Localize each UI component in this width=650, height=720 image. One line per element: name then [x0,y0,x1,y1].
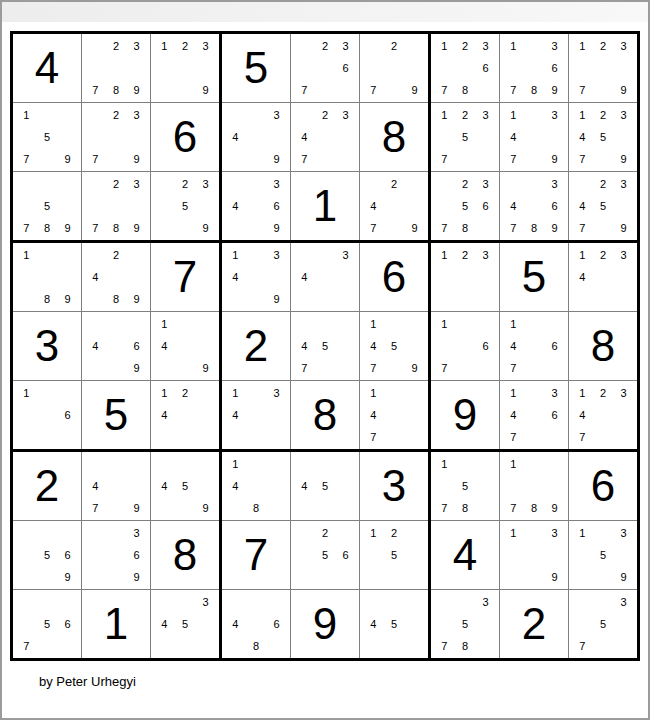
candidate-empty [315,148,336,170]
cell-r3c3[interactable]: 2359 [151,172,219,240]
candidates: 256 [294,522,356,588]
cell-r8c9[interactable]: 1359 [569,521,637,589]
cell-r5c4[interactable]: 2 [222,312,290,380]
candidate-digit: 1 [503,453,524,475]
cell-r1c6[interactable]: 279 [360,34,428,102]
cell-r1c1[interactable]: 4 [13,34,81,102]
candidate-digit: 7 [85,497,106,519]
candidate-empty [335,475,356,497]
candidate-empty [455,148,476,170]
candidates: 5789 [16,173,78,239]
cell-r8c7[interactable]: 4 [431,521,499,589]
candidate-digit: 5 [455,475,476,497]
cell-r1c8[interactable]: 136789 [500,34,568,102]
cell-r6c5[interactable]: 8 [291,381,359,449]
candidate-empty [294,497,315,519]
cell-r1c5[interactable]: 2367 [291,34,359,102]
candidate-empty [106,335,127,357]
cell-r9c7[interactable]: 3578 [431,590,499,658]
candidate-empty [335,126,356,148]
cell-r2c8[interactable]: 13479 [500,103,568,171]
cell-r9c3[interactable]: 345 [151,590,219,658]
candidate-empty [524,195,545,217]
candidates: 123678 [434,35,496,101]
candidate-digit: 3 [613,173,634,195]
candidate-digit: 2 [315,35,336,57]
cell-r3c5[interactable]: 1 [291,172,359,240]
candidates: 2479 [363,173,425,239]
candidate-digit: 4 [294,475,315,497]
candidate-empty [613,266,634,288]
candidate-empty [404,544,425,566]
cell-r4c3[interactable]: 7 [151,243,219,311]
candidate-digit: 7 [363,426,384,448]
candidate-empty [434,591,455,613]
candidate-digit: 3 [613,35,634,57]
cell-r8c5[interactable]: 256 [291,521,359,589]
candidate-empty [85,453,106,475]
cell-r5c3[interactable]: 149 [151,312,219,380]
cell-r2c9[interactable]: 1234579 [569,103,637,171]
candidate-empty [475,288,496,310]
cell-r5c7[interactable]: 167 [431,312,499,380]
candidate-digit: 6 [335,544,356,566]
candidate-empty [16,613,37,635]
candidates: 149 [154,313,216,379]
candidate-digit: 1 [16,104,37,126]
cell-r4c2[interactable]: 2489 [82,243,150,311]
cell-r7c9[interactable]: 6 [569,452,637,520]
cell-r1c9[interactable]: 12379 [569,34,637,102]
candidate-digit: 3 [195,173,216,195]
candidates: 3578 [434,591,496,657]
candidate-empty [544,426,565,448]
candidate-empty [126,195,147,217]
candidate-digit: 7 [503,217,524,239]
candidate-digit: 1 [154,313,175,335]
candidate-empty [106,357,127,379]
candidate-digit: 7 [503,79,524,101]
cell-r9c1[interactable]: 567 [13,590,81,658]
candidate-digit: 3 [613,522,634,544]
cell-r5c2[interactable]: 469 [82,312,150,380]
candidates: 12347 [572,382,634,448]
candidate-empty [225,173,246,195]
candidate-digit: 2 [593,382,614,404]
candidate-empty [363,566,384,588]
candidate-empty [106,566,127,588]
candidate-digit: 3 [613,104,634,126]
candidate-empty [434,288,455,310]
cell-r2c4[interactable]: 349 [222,103,290,171]
cell-r7c4[interactable]: 148 [222,452,290,520]
candidate-empty [266,426,287,448]
value-digit: 6 [360,243,428,311]
cell-r7c6[interactable]: 3 [360,452,428,520]
candidate-digit: 4 [363,404,384,426]
candidate-digit: 3 [544,382,565,404]
candidate-digit: 5 [37,195,58,217]
candidate-empty [195,195,216,217]
candidate-empty [175,635,196,657]
cell-r4c1[interactable]: 189 [13,243,81,311]
candidate-digit: 2 [593,244,614,266]
candidate-digit: 5 [37,613,58,635]
candidates: 479 [85,453,147,519]
candidate-empty [175,591,196,613]
cell-r7c5[interactable]: 45 [291,452,359,520]
candidate-digit: 5 [315,475,336,497]
candidate-digit: 5 [593,126,614,148]
candidate-empty [37,382,58,404]
candidate-empty [572,57,593,79]
candidate-empty [335,148,356,170]
candidates: 234579 [572,173,634,239]
candidate-empty [404,613,425,635]
cell-r3c9[interactable]: 234579 [569,172,637,240]
cell-r8c6[interactable]: 125 [360,521,428,589]
candidate-digit: 7 [572,426,593,448]
candidate-empty [126,244,147,266]
candidate-digit: 9 [266,217,287,239]
cell-r4c6[interactable]: 6 [360,243,428,311]
cell-r4c8[interactable]: 5 [500,243,568,311]
candidate-digit: 5 [384,613,405,635]
cell-r8c2[interactable]: 369 [82,521,150,589]
candidate-empty [294,453,315,475]
cell-r3c8[interactable]: 346789 [500,172,568,240]
cell-r2c7[interactable]: 12357 [431,103,499,171]
candidate-empty [524,104,545,126]
candidate-empty [85,57,106,79]
box-3: 1236781367891237912357134791234579235678… [431,34,637,240]
cell-r7c3[interactable]: 459 [151,452,219,520]
candidate-empty [434,173,455,195]
cell-r8c3[interactable]: 8 [151,521,219,589]
box-2: 5236727934923478346912479 [222,34,428,240]
cell-r1c4[interactable]: 5 [222,34,290,102]
cell-r5c5[interactable]: 457 [291,312,359,380]
cell-r3c2[interactable]: 23789 [82,172,150,240]
candidate-digit: 6 [544,335,565,357]
candidate-empty [593,79,614,101]
candidate-digit: 6 [544,195,565,217]
candidate-empty [85,195,106,217]
candidate-empty [57,635,78,657]
candidate-empty [154,591,175,613]
cell-r3c1[interactable]: 5789 [13,172,81,240]
candidate-empty [434,475,455,497]
candidate-empty [37,635,58,657]
cell-r1c3[interactable]: 1239 [151,34,219,102]
candidate-empty [315,288,336,310]
candidate-empty [503,544,524,566]
candidates: 1349 [225,244,287,310]
candidate-empty [384,404,405,426]
candidate-digit: 9 [57,217,78,239]
candidate-empty [613,288,634,310]
cell-r6c6[interactable]: 147 [360,381,428,449]
cell-r2c2[interactable]: 2379 [82,103,150,171]
cell-r8c1[interactable]: 569 [13,521,81,589]
candidate-digit: 4 [294,266,315,288]
candidate-empty [16,566,37,588]
candidate-empty [85,522,106,544]
candidate-empty [126,453,147,475]
candidate-digit: 7 [503,357,524,379]
candidates: 134 [225,382,287,448]
cell-r7c8[interactable]: 1789 [500,452,568,520]
candidate-digit: 1 [503,104,524,126]
candidate-empty [384,635,405,657]
cell-r7c7[interactable]: 1578 [431,452,499,520]
candidate-digit: 4 [363,613,384,635]
candidate-empty [37,404,58,426]
candidate-empty [126,266,147,288]
candidate-empty [57,591,78,613]
candidate-digit: 2 [175,35,196,57]
cell-r1c7[interactable]: 123678 [431,34,499,102]
cell-r9c2[interactable]: 1 [82,590,150,658]
candidate-empty [85,126,106,148]
cell-r4c4[interactable]: 1349 [222,243,290,311]
candidate-digit: 3 [266,382,287,404]
candidate-empty [175,497,196,519]
candidates: 279 [363,35,425,101]
box-7: 247945956936985671345 [13,452,219,658]
candidate-empty [246,217,267,239]
candidate-empty [613,426,634,448]
candidate-empty [16,288,37,310]
candidates: 16 [16,382,78,448]
value-digit: 2 [222,312,290,380]
candidate-empty [294,244,315,266]
candidate-digit: 9 [544,79,565,101]
candidate-empty [455,453,476,475]
candidate-digit: 8 [455,79,476,101]
candidate-digit: 2 [315,522,336,544]
candidate-empty [593,288,614,310]
candidate-digit: 7 [85,217,106,239]
candidates: 1234 [572,244,634,310]
candidate-empty [524,57,545,79]
cell-r9c8[interactable]: 2 [500,590,568,658]
cell-r4c9[interactable]: 1234 [569,243,637,311]
candidate-digit: 6 [57,404,78,426]
cell-r7c2[interactable]: 479 [82,452,150,520]
candidates: 189 [16,244,78,310]
cell-r9c6[interactable]: 45 [360,590,428,658]
candidate-empty [175,57,196,79]
candidate-empty [106,522,127,544]
cell-r3c6[interactable]: 2479 [360,172,428,240]
candidate-digit: 3 [195,591,216,613]
candidate-digit: 1 [16,382,37,404]
candidate-empty [106,497,127,519]
candidates: 12357 [434,104,496,170]
value-digit: 9 [431,381,499,449]
candidate-digit: 1 [434,453,455,475]
cell-r2c3[interactable]: 6 [151,103,219,171]
candidate-digit: 4 [225,266,246,288]
candidate-empty [544,313,565,335]
cell-r6c7[interactable]: 9 [431,381,499,449]
candidate-digit: 9 [544,148,565,170]
cell-r2c1[interactable]: 1579 [13,103,81,171]
candidate-empty [246,266,267,288]
candidate-empty [126,475,147,497]
candidates: 345 [154,591,216,657]
candidate-digit: 4 [363,195,384,217]
candidate-digit: 9 [613,79,634,101]
cell-r5c1[interactable]: 3 [13,312,81,380]
candidate-digit: 4 [85,335,106,357]
candidate-empty [175,426,196,448]
candidate-digit: 1 [154,382,175,404]
candidate-empty [455,313,476,335]
value-digit: 7 [222,521,290,589]
candidate-empty [404,426,425,448]
candidate-empty [246,404,267,426]
cell-r3c7[interactable]: 235678 [431,172,499,240]
candidate-empty [524,335,545,357]
candidate-digit: 9 [126,497,147,519]
candidate-empty [404,635,425,657]
candidate-digit: 1 [572,35,593,57]
candidate-empty [503,57,524,79]
candidate-digit: 8 [37,217,58,239]
cell-r5c6[interactable]: 14579 [360,312,428,380]
cell-r5c8[interactable]: 1467 [500,312,568,380]
cell-r2c6[interactable]: 8 [360,103,428,171]
candidate-digit: 3 [613,382,634,404]
candidates: 357 [572,591,634,657]
candidate-digit: 4 [572,266,593,288]
candidate-digit: 2 [384,173,405,195]
candidate-empty [404,566,425,588]
value-digit: 2 [13,452,81,520]
candidate-digit: 7 [363,217,384,239]
candidates: 2489 [85,244,147,310]
candidate-empty [315,453,336,475]
candidate-empty [384,382,405,404]
candidate-empty [195,475,216,497]
cell-r9c5[interactable]: 9 [291,590,359,658]
candidate-empty [154,635,175,657]
cell-r6c1[interactable]: 16 [13,381,81,449]
candidate-digit: 8 [106,288,127,310]
candidate-empty [434,57,455,79]
candidates: 13479 [503,104,565,170]
candidate-empty [524,148,545,170]
candidates: 139 [503,522,565,588]
cell-r9c4[interactable]: 468 [222,590,290,658]
cell-r4c7[interactable]: 123 [431,243,499,311]
cell-r6c2[interactable]: 5 [82,381,150,449]
candidate-digit: 3 [126,522,147,544]
candidate-empty [524,522,545,544]
value-digit: 4 [431,521,499,589]
cell-r8c8[interactable]: 139 [500,521,568,589]
value-digit: 4 [13,34,81,102]
candidate-empty [404,382,425,404]
cell-r2c5[interactable]: 2347 [291,103,359,171]
cell-r6c4[interactable]: 134 [222,381,290,449]
candidate-empty [315,126,336,148]
candidate-empty [246,475,267,497]
candidate-digit: 9 [266,288,287,310]
candidate-empty [246,613,267,635]
candidate-digit: 4 [572,195,593,217]
candidate-empty [434,335,455,357]
candidate-empty [315,566,336,588]
candidate-digit: 4 [225,126,246,148]
candidate-empty [57,522,78,544]
candidate-digit: 5 [315,335,336,357]
cell-r4c5[interactable]: 34 [291,243,359,311]
cell-r5c9[interactable]: 8 [569,312,637,380]
cell-r8c4[interactable]: 7 [222,521,290,589]
candidates: 349 [225,104,287,170]
cell-r6c9[interactable]: 12347 [569,381,637,449]
candidate-digit: 9 [126,79,147,101]
candidates: 23789 [85,173,147,239]
candidate-digit: 5 [593,613,614,635]
candidate-empty [106,126,127,148]
candidate-empty [524,566,545,588]
candidate-digit: 4 [572,126,593,148]
candidate-empty [195,635,216,657]
cell-r6c8[interactable]: 13467 [500,381,568,449]
candidate-empty [37,522,58,544]
candidate-empty [195,426,216,448]
candidates: 1579 [16,104,78,170]
candidate-empty [246,453,267,475]
candidate-digit: 5 [455,126,476,148]
candidate-empty [524,357,545,379]
candidate-digit: 1 [572,522,593,544]
cell-r6c3[interactable]: 124 [151,381,219,449]
candidate-empty [266,497,287,519]
candidate-digit: 1 [572,104,593,126]
candidate-empty [246,104,267,126]
candidates: 45 [363,591,425,657]
candidate-empty [524,382,545,404]
candidate-empty [154,57,175,79]
cell-r1c2[interactable]: 23789 [82,34,150,102]
candidate-empty [404,313,425,335]
candidate-empty [294,313,315,335]
candidate-empty [335,313,356,335]
candidate-empty [455,357,476,379]
candidate-empty [384,57,405,79]
cell-r7c1[interactable]: 2 [13,452,81,520]
cell-r3c4[interactable]: 3469 [222,172,290,240]
candidate-digit: 2 [175,382,196,404]
candidates: 123 [434,244,496,310]
candidate-digit: 8 [524,79,545,101]
candidate-digit: 4 [225,613,246,635]
candidate-empty [57,195,78,217]
header-band [2,2,648,22]
candidate-digit: 5 [384,544,405,566]
candidate-empty [544,126,565,148]
cell-r9c9[interactable]: 357 [569,590,637,658]
candidate-empty [106,544,127,566]
candidate-empty [175,404,196,426]
sudoku-page: 4237891239157923796578923789235952367279… [0,0,650,720]
value-digit: 8 [360,103,428,171]
